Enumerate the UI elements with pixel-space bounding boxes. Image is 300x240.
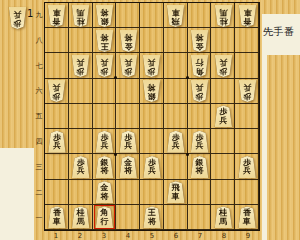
shogi-piece[interactable]: 歩兵 [71, 55, 90, 77]
board-cell[interactable]: 歩兵 [45, 129, 69, 154]
board-cell[interactable] [211, 154, 235, 179]
file-label: 9 [236, 231, 260, 240]
file-label: 5 [140, 231, 164, 240]
shogi-piece-face: 銀将 [142, 80, 161, 102]
rank-label: 一 [34, 206, 44, 231]
board-cell[interactable]: 飛車 [164, 180, 188, 205]
turn-indicator: 先手番 [263, 25, 300, 39]
board-cell[interactable]: 桂馬 [211, 205, 235, 230]
shogi-piece[interactable]: 金将 [95, 181, 114, 203]
shogi-piece[interactable]: 王将 [95, 30, 114, 52]
shogi-piece[interactable]: 銀将 [190, 156, 209, 178]
board-cell[interactable]: 桂馬 [69, 3, 93, 28]
shogi-piece[interactable]: 銀将 [95, 5, 114, 27]
shogi-piece[interactable]: 歩兵 [47, 131, 66, 153]
shogi-piece-face: 金将 [119, 156, 138, 178]
board-cell[interactable] [188, 205, 212, 230]
board-cell[interactable]: 香車 [235, 205, 259, 230]
board-cell[interactable]: 歩兵 [164, 129, 188, 154]
shogi-piece[interactable]: 桂馬 [214, 5, 233, 27]
shogi-piece-face: 角行 [95, 206, 114, 228]
board-cell[interactable] [69, 129, 93, 154]
shogi-piece-face: 王将 [142, 206, 161, 228]
shogi-piece[interactable]: 歩兵 [142, 55, 161, 77]
file-label: 3 [92, 231, 116, 240]
shogi-piece-face: 香車 [238, 206, 257, 228]
board-cell[interactable]: 歩兵 [235, 154, 259, 179]
shogi-piece[interactable]: 金将 [119, 30, 138, 52]
board-cell[interactable] [45, 104, 69, 129]
hoshi-dot [114, 153, 117, 156]
board-cell[interactable] [188, 104, 212, 129]
shogi-piece[interactable]: 歩兵 [95, 55, 114, 77]
shogi-piece[interactable]: 歩兵 [214, 105, 233, 127]
shogi-piece[interactable]: 飛車 [166, 5, 185, 27]
shogi-piece[interactable]: 桂馬 [71, 206, 90, 228]
shogi-piece[interactable]: 歩兵 [214, 55, 233, 77]
board-cell[interactable]: 金将 [93, 180, 117, 205]
board-cell[interactable]: 香車 [45, 3, 69, 28]
shogi-piece[interactable]: 角行 [190, 55, 209, 77]
board-cell[interactable] [211, 79, 235, 104]
shogi-piece-face: 金将 [190, 30, 209, 52]
topright-wood-strip [262, 0, 300, 14]
board-cell[interactable] [69, 28, 93, 53]
shogi-piece-face: 歩兵 [119, 55, 138, 77]
gote-hand-stand [267, 55, 300, 240]
board-cell[interactable]: 歩兵 [188, 79, 212, 104]
shogi-piece-face: 歩兵 [166, 131, 185, 153]
shogi-piece[interactable]: 角行 [95, 206, 114, 228]
board-cell[interactable] [45, 53, 69, 78]
shogi-piece-face: 歩兵 [119, 131, 138, 153]
shogi-piece[interactable]: 歩兵 [238, 156, 257, 178]
shogi-piece[interactable]: 桂馬 [214, 206, 233, 228]
board-cell[interactable] [140, 28, 164, 53]
board-cell[interactable] [235, 104, 259, 129]
shogi-piece-face: 歩兵 [238, 80, 257, 102]
board-cell[interactable] [164, 104, 188, 129]
board-cell[interactable] [211, 28, 235, 53]
shogi-piece-face: 歩兵 [190, 80, 209, 102]
board-cell[interactable] [235, 129, 259, 154]
shogi-piece[interactable]: 王将 [142, 206, 161, 228]
board-cell[interactable]: 歩兵 [116, 53, 140, 78]
board-cell[interactable] [116, 3, 140, 28]
shogi-piece-face: 飛車 [166, 5, 185, 27]
shogi-piece[interactable]: 歩兵 [71, 156, 90, 178]
board-cell[interactable] [116, 180, 140, 205]
shogi-piece-face: 歩兵 [47, 80, 66, 102]
board-cell[interactable]: 歩兵 [140, 53, 164, 78]
board-cell[interactable]: 歩兵 [45, 79, 69, 104]
board-cell[interactable] [45, 28, 69, 53]
board-cell[interactable] [116, 79, 140, 104]
board-cell[interactable]: 香車 [45, 205, 69, 230]
shogi-piece-face: 香車 [47, 5, 66, 27]
shogi-piece[interactable]: 香車 [238, 206, 257, 228]
shogi-piece-face: 歩兵 [214, 55, 233, 77]
hand-piece-pawn[interactable]: 歩兵 [8, 7, 27, 29]
shogi-piece[interactable]: 香車 [238, 5, 257, 27]
board-cell[interactable]: 角行 [93, 205, 117, 230]
board-cell[interactable]: 桂馬 [211, 3, 235, 28]
file-label: 1 [44, 231, 68, 240]
board-cell[interactable] [188, 180, 212, 205]
shogi-piece-face: 歩兵 [214, 105, 233, 127]
board-cell[interactable] [235, 28, 259, 53]
shogi-piece-face: 香車 [238, 5, 257, 27]
board-cell[interactable]: 歩兵 [211, 53, 235, 78]
shogi-piece[interactable]: 歩兵 [238, 80, 257, 102]
shogi-piece-face: 歩兵 [95, 55, 114, 77]
shogi-piece-face: 桂馬 [214, 206, 233, 228]
board-cell[interactable] [69, 104, 93, 129]
file-label: 2 [68, 231, 92, 240]
shogi-piece[interactable]: 歩兵 [190, 80, 209, 102]
board-cell[interactable] [164, 205, 188, 230]
board-cell[interactable]: 王将 [93, 28, 117, 53]
hoshi-dot [186, 76, 189, 79]
shogi-app-window: 歩兵 1 九八七六五四三二一 香車桂馬銀将飛車桂馬香車王将金将金将歩兵歩兵歩兵歩… [0, 0, 300, 240]
shogi-piece-face: 歩兵 [71, 156, 90, 178]
board-cell[interactable] [69, 79, 93, 104]
shogi-piece-face: 金将 [95, 181, 114, 203]
board-cell[interactable]: 銀将 [140, 79, 164, 104]
shogi-piece-face: 香車 [47, 206, 66, 228]
board-cell[interactable]: 歩兵 [140, 154, 164, 179]
board-cell[interactable] [164, 154, 188, 179]
file-label: 6 [164, 231, 188, 240]
shogi-piece[interactable]: 歩兵 [166, 131, 185, 153]
board-cell[interactable] [140, 180, 164, 205]
shogi-piece-face: 歩兵 [8, 7, 27, 29]
rank-label: 九 [34, 2, 44, 27]
board-cell[interactable] [164, 53, 188, 78]
shogi-piece[interactable]: 飛車 [166, 181, 185, 203]
board-cell[interactable] [164, 79, 188, 104]
shogi-piece[interactable]: 歩兵 [119, 131, 138, 153]
shogi-piece-face: 歩兵 [142, 55, 161, 77]
shogi-piece-face: 歩兵 [95, 131, 114, 153]
board-cell[interactable] [45, 154, 69, 179]
board-cell[interactable] [235, 53, 259, 78]
rank-label: 四 [34, 129, 44, 154]
shogi-piece[interactable]: 歩兵 [142, 156, 161, 178]
shogi-piece[interactable]: 銀将 [142, 80, 161, 102]
shogi-board[interactable]: 香車桂馬銀将飛車桂馬香車王将金将金将歩兵歩兵歩兵歩兵角行歩兵歩兵銀将歩兵歩兵歩兵… [44, 2, 260, 231]
shogi-piece-face: 歩兵 [190, 131, 209, 153]
rank-label: 三 [34, 155, 44, 180]
shogi-piece-face: 銀将 [95, 156, 114, 178]
board-cell[interactable] [140, 104, 164, 129]
board-cell[interactable]: 歩兵 [93, 129, 117, 154]
board-cell[interactable]: 歩兵 [69, 154, 93, 179]
board-cell[interactable] [211, 129, 235, 154]
board-cell[interactable]: 歩兵 [69, 53, 93, 78]
board-cell[interactable] [140, 3, 164, 28]
board-cell[interactable]: 金将 [188, 28, 212, 53]
board-cell[interactable]: 王将 [140, 205, 164, 230]
shogi-piece[interactable]: 桂馬 [71, 5, 90, 27]
shogi-piece-face: 角行 [190, 55, 209, 77]
board-cell[interactable]: 香車 [235, 3, 259, 28]
board-cell[interactable] [140, 129, 164, 154]
board-cell[interactable]: 飛車 [164, 3, 188, 28]
rank-label: 二 [34, 180, 44, 205]
shogi-piece-face: 桂馬 [71, 5, 90, 27]
shogi-piece[interactable]: 金将 [190, 30, 209, 52]
board-cell[interactable]: 桂馬 [69, 205, 93, 230]
hoshi-dot [114, 76, 117, 79]
shogi-piece[interactable]: 歩兵 [95, 131, 114, 153]
board-cell[interactable] [164, 28, 188, 53]
shogi-piece[interactable]: 香車 [47, 206, 66, 228]
shogi-piece[interactable]: 香車 [47, 5, 66, 27]
shogi-piece[interactable]: 歩兵 [190, 131, 209, 153]
board-cell[interactable]: 銀将 [188, 154, 212, 179]
board-cell[interactable] [235, 180, 259, 205]
board-cell[interactable]: 歩兵 [116, 129, 140, 154]
board-cell[interactable]: 歩兵 [211, 104, 235, 129]
rank-label: 五 [34, 104, 44, 129]
board-cell[interactable]: 金将 [116, 28, 140, 53]
hoshi-dot [186, 153, 189, 156]
board-cell[interactable]: 歩兵 [93, 53, 117, 78]
shogi-piece-face: 銀将 [95, 5, 114, 27]
rank-label: 六 [34, 78, 44, 103]
file-labels: 123456789 [44, 231, 260, 240]
shogi-piece-face: 歩兵 [71, 55, 90, 77]
board-cell[interactable] [45, 180, 69, 205]
board-frame: 九八七六五四三二一 香車桂馬銀将飛車桂馬香車王将金将金将歩兵歩兵歩兵歩兵角行歩兵… [34, 0, 262, 240]
shogi-piece[interactable]: 歩兵 [119, 55, 138, 77]
shogi-piece-face: 飛車 [166, 181, 185, 203]
shogi-piece-face: 金将 [119, 30, 138, 52]
shogi-piece-face: 王将 [95, 30, 114, 52]
shogi-piece-face: 歩兵 [47, 131, 66, 153]
hand-piece-count: 1 [27, 8, 33, 19]
file-label: 7 [188, 231, 212, 240]
board-cell[interactable]: 銀将 [93, 154, 117, 179]
board-cell[interactable]: 銀将 [93, 3, 117, 28]
file-label: 4 [116, 231, 140, 240]
shogi-piece-face: 銀将 [190, 156, 209, 178]
sente-hand-stand: 歩兵 1 [0, 0, 34, 148]
board-cell[interactable]: 歩兵 [188, 129, 212, 154]
board-cell[interactable]: 金将 [116, 154, 140, 179]
board-cell[interactable] [116, 205, 140, 230]
file-label: 8 [212, 231, 236, 240]
board-cell[interactable] [93, 79, 117, 104]
shogi-piece-face: 歩兵 [142, 156, 161, 178]
shogi-piece[interactable]: 金将 [119, 156, 138, 178]
board-cell[interactable] [69, 180, 93, 205]
shogi-piece-face: 歩兵 [238, 156, 257, 178]
rank-label: 八 [34, 27, 44, 52]
shogi-piece[interactable]: 歩兵 [47, 80, 66, 102]
rank-label: 七 [34, 53, 44, 78]
shogi-piece-face: 桂馬 [71, 206, 90, 228]
board-cell[interactable]: 角行 [188, 53, 212, 78]
board-cell[interactable] [93, 104, 117, 129]
rank-labels: 九八七六五四三二一 [34, 2, 44, 231]
board-cell[interactable] [116, 104, 140, 129]
shogi-piece-face: 桂馬 [214, 5, 233, 27]
board-cell[interactable] [188, 3, 212, 28]
shogi-piece[interactable]: 銀将 [95, 156, 114, 178]
board-cell[interactable]: 歩兵 [235, 79, 259, 104]
board-cell[interactable] [211, 180, 235, 205]
